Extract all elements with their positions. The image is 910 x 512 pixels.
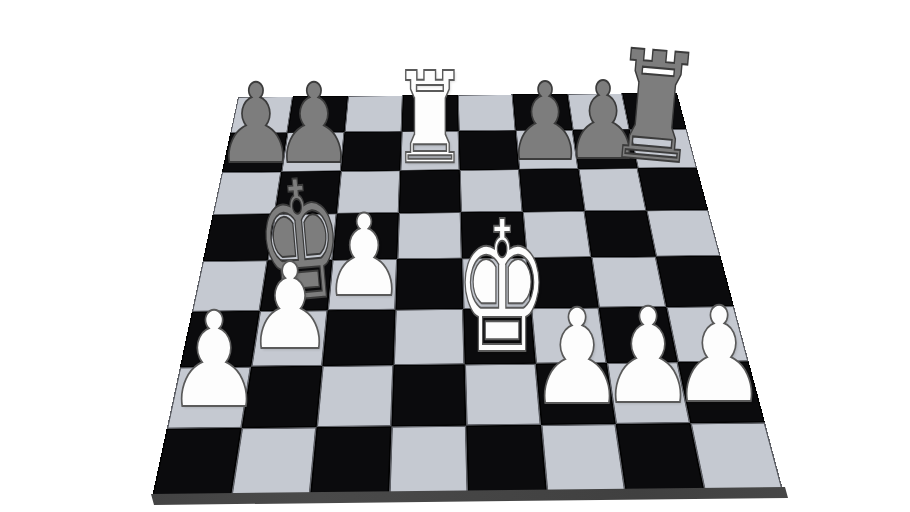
white-pawn-g2: ♟ (599, 290, 696, 422)
white-king-e3: ♚ (455, 197, 550, 379)
black-pawn-f7: ♟ (506, 69, 585, 176)
white-pawn-c4: ♟ (322, 200, 405, 313)
black-king-b4: ♚ (250, 156, 350, 328)
white-pawn-h2: ♟ (670, 289, 767, 421)
white-pawn-a2: ♟ (165, 294, 262, 426)
pieces-layer: ♟♟♜♟♟♜♚♟♟♚♟♟♟♟ (0, 0, 910, 512)
black-rook-h7: ♜ (603, 29, 707, 186)
white-rook-d7: ♜ (392, 56, 469, 182)
black-pawn-a7: ♟ (216, 69, 297, 179)
3d-model-viewport[interactable]: ♟♟♜♟♟♜♚♟♟♚♟♟♟♟ (0, 0, 910, 512)
black-pawn-b7: ♟ (274, 69, 355, 179)
black-pawn-g7: ♟ (564, 68, 643, 175)
white-pawn-b3: ♟ (246, 248, 333, 367)
white-pawn-f2: ♟ (528, 291, 625, 423)
